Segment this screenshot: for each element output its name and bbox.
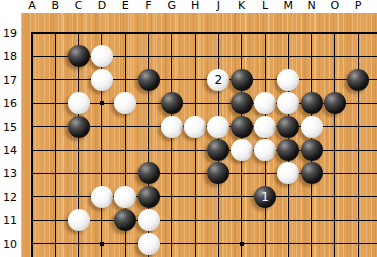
column-label-N: N bbox=[307, 0, 315, 13]
stone-white-J15[interactable] bbox=[207, 116, 229, 138]
stone-white-C11[interactable] bbox=[68, 209, 90, 231]
stone-white-D12[interactable] bbox=[91, 186, 113, 208]
stone-white-C16[interactable] bbox=[68, 92, 90, 114]
column-label-J: J bbox=[217, 0, 220, 13]
star-point-K10 bbox=[240, 242, 244, 246]
grid-line-col-H bbox=[195, 32, 196, 257]
stone-black-F12[interactable] bbox=[138, 186, 160, 208]
stone-black-C15[interactable] bbox=[68, 116, 90, 138]
go-board[interactable]: 21 bbox=[21, 13, 377, 257]
stone-white-M13[interactable] bbox=[277, 162, 299, 184]
column-label-D: D bbox=[98, 0, 106, 13]
stone-black-N16[interactable] bbox=[301, 92, 323, 114]
stone-white-L16[interactable] bbox=[254, 92, 276, 114]
stone-black-K16[interactable] bbox=[231, 92, 253, 114]
grid-line-row-17 bbox=[31, 79, 377, 80]
grid-line-row-14 bbox=[31, 150, 377, 151]
stone-white-F10[interactable] bbox=[138, 233, 160, 255]
stone-white-M17[interactable] bbox=[277, 69, 299, 91]
stone-white-G15[interactable] bbox=[161, 116, 183, 138]
column-label-E: E bbox=[122, 0, 129, 13]
star-point-D16 bbox=[100, 101, 104, 105]
move-number-label: 2 bbox=[215, 74, 223, 86]
stone-white-D18[interactable] bbox=[91, 45, 113, 67]
row-label-13: 13 bbox=[0, 168, 17, 179]
stone-black-L12[interactable]: 1 bbox=[254, 186, 276, 208]
stone-black-F17[interactable] bbox=[138, 69, 160, 91]
stone-black-G16[interactable] bbox=[161, 92, 183, 114]
stone-black-P17[interactable] bbox=[347, 69, 369, 91]
stone-white-H15[interactable] bbox=[184, 116, 206, 138]
stone-black-F13[interactable] bbox=[138, 162, 160, 184]
stone-black-C18[interactable] bbox=[68, 45, 90, 67]
grid-line-col-P bbox=[358, 32, 359, 257]
column-label-P: P bbox=[355, 0, 362, 13]
grid-line-row-12 bbox=[31, 196, 377, 197]
column-label-H: H bbox=[191, 0, 199, 13]
row-label-12: 12 bbox=[0, 191, 17, 202]
row-label-14: 14 bbox=[0, 145, 17, 156]
grid-line-col-A bbox=[31, 32, 33, 257]
row-label-11: 11 bbox=[0, 215, 17, 226]
stone-black-N13[interactable] bbox=[301, 162, 323, 184]
stone-black-J13[interactable] bbox=[207, 162, 229, 184]
grid-line-row-13 bbox=[31, 173, 377, 174]
row-label-15: 15 bbox=[0, 121, 17, 132]
stone-black-E11[interactable] bbox=[114, 209, 136, 231]
column-label-A: A bbox=[28, 0, 36, 13]
stone-black-K17[interactable] bbox=[231, 69, 253, 91]
row-label-10: 10 bbox=[0, 238, 17, 249]
stone-white-D17[interactable] bbox=[91, 69, 113, 91]
stone-white-M16[interactable] bbox=[277, 92, 299, 114]
row-label-19: 19 bbox=[0, 28, 17, 39]
column-label-O: O bbox=[331, 0, 340, 13]
stone-black-N14[interactable] bbox=[301, 139, 323, 161]
stone-white-E12[interactable] bbox=[114, 186, 136, 208]
grid-line-col-B bbox=[55, 32, 56, 257]
stone-white-L14[interactable] bbox=[254, 139, 276, 161]
stone-black-J14[interactable] bbox=[207, 139, 229, 161]
row-label-17: 17 bbox=[0, 74, 17, 85]
column-label-G: G bbox=[168, 0, 177, 13]
stone-white-L15[interactable] bbox=[254, 116, 276, 138]
stone-black-K15[interactable] bbox=[231, 116, 253, 138]
row-label-18: 18 bbox=[0, 51, 17, 62]
column-label-C: C bbox=[75, 0, 83, 13]
move-number-label: 1 bbox=[261, 191, 269, 203]
column-label-L: L bbox=[262, 0, 268, 13]
grid-line-col-G bbox=[171, 32, 172, 257]
stone-white-J17[interactable]: 2 bbox=[207, 69, 229, 91]
stone-black-M15[interactable] bbox=[277, 116, 299, 138]
go-board-diagram: 21 ABCDEFGHJKLMNOP19181716151413121110 bbox=[0, 0, 377, 257]
grid-line-row-19 bbox=[31, 32, 377, 34]
star-point-D10 bbox=[100, 242, 104, 246]
column-label-M: M bbox=[284, 0, 294, 13]
grid-line-col-O bbox=[334, 32, 335, 257]
column-label-F: F bbox=[145, 0, 151, 13]
column-label-B: B bbox=[52, 0, 60, 13]
stone-black-M14[interactable] bbox=[277, 139, 299, 161]
column-label-K: K bbox=[238, 0, 245, 13]
grid-line-row-10 bbox=[31, 243, 377, 244]
stone-white-E16[interactable] bbox=[114, 92, 136, 114]
stone-white-F11[interactable] bbox=[138, 209, 160, 231]
stone-white-K14[interactable] bbox=[231, 139, 253, 161]
stone-white-N15[interactable] bbox=[301, 116, 323, 138]
stone-black-O16[interactable] bbox=[324, 92, 346, 114]
row-label-16: 16 bbox=[0, 98, 17, 109]
